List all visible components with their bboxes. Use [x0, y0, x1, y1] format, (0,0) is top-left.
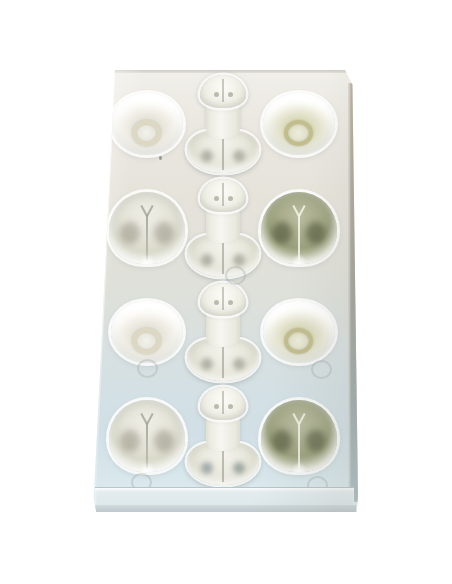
penis-cavity	[185, 283, 261, 381]
y-crease-right-arm	[140, 204, 148, 216]
base-cleft-line	[222, 446, 224, 481]
lobe-shadow-blob	[154, 430, 174, 452]
tray-right-side-wall	[348, 83, 358, 502]
mold-mark-circle	[137, 359, 158, 378]
tip-crease-line	[222, 287, 224, 310]
cavity-tip	[200, 283, 246, 316]
mold-mark-circle	[225, 266, 246, 285]
nipple-ring-detail	[132, 120, 161, 146]
penis-cavity	[185, 387, 261, 485]
cavity-tip	[200, 387, 246, 420]
dust-speck	[159, 156, 162, 160]
cavity-cell-buttocks	[261, 176, 337, 280]
buttocks-cavity	[261, 192, 337, 264]
mold-mark-circle	[311, 360, 332, 379]
lobe-shadow-blob	[120, 222, 140, 244]
tip-shadow-dot	[228, 404, 233, 409]
buttocks-cavity	[109, 192, 185, 264]
cavity-cell-buttocks	[109, 384, 185, 488]
base-shadow-dot	[201, 462, 213, 474]
stacked-sheet-edge	[93, 505, 356, 512]
bottom-notch-highlight	[291, 254, 307, 264]
lobe-shadow-blob	[272, 430, 292, 452]
y-crease-right-arm	[292, 204, 300, 216]
cavity-cell-penis	[185, 72, 261, 176]
product-photo	[0, 0, 452, 584]
base-shadow-dot	[201, 150, 213, 162]
tray-bottom-flange	[95, 487, 354, 505]
lobe-shadow-blob	[120, 430, 140, 452]
bottom-notch-highlight	[139, 254, 155, 264]
base-shadow-dot	[233, 150, 245, 162]
y-crease-right-arm	[140, 412, 148, 424]
tip-shadow-dot	[214, 92, 219, 97]
base-cleft-line	[222, 134, 224, 169]
tip-shadow-dot	[228, 196, 233, 201]
tip-shadow-dot	[228, 300, 233, 305]
cavity-cell-buttocks	[109, 176, 185, 280]
cavity-cell-penis	[185, 384, 261, 488]
cavity-tip	[200, 75, 246, 108]
cavity-tip	[200, 179, 246, 212]
base-shadow-dot	[233, 462, 245, 474]
base-shadow-dot	[233, 358, 245, 370]
cavity-cell-penis	[185, 280, 261, 384]
breast-cavity	[263, 301, 335, 363]
tip-shadow-dot	[228, 92, 233, 97]
cavity-cell-penis	[185, 176, 261, 280]
breast-cavity	[111, 93, 183, 155]
buttocks-cavity	[261, 400, 337, 472]
base-cleft-line	[222, 342, 224, 377]
tip-shadow-dot	[214, 300, 219, 305]
base-shadow-dot	[233, 254, 245, 266]
bottom-notch-highlight	[291, 462, 307, 472]
nipple-ring-detail	[284, 328, 313, 354]
lobe-shadow-blob	[154, 222, 174, 244]
tip-crease-line	[222, 183, 224, 206]
base-shadow-dot	[201, 358, 213, 370]
nipple-ring-detail	[284, 120, 313, 146]
tip-crease-line	[222, 79, 224, 102]
penis-cavity	[185, 75, 261, 173]
nipple-ring-detail	[132, 328, 161, 354]
base-shadow-dot	[201, 254, 213, 266]
cavity-cell-breast	[261, 72, 337, 176]
tip-shadow-dot	[214, 196, 219, 201]
lobe-shadow-blob	[306, 222, 326, 244]
base-cleft-line	[222, 238, 224, 273]
breast-cavity	[111, 301, 183, 363]
penis-cavity	[185, 179, 261, 277]
cavity-cell-buttocks	[261, 384, 337, 488]
lobe-shadow-blob	[272, 222, 292, 244]
cavity-grid	[109, 72, 336, 488]
breast-cavity	[263, 93, 335, 155]
y-crease-right-arm	[292, 412, 300, 424]
cavity-cell-breast	[109, 72, 185, 176]
bottom-notch-highlight	[139, 462, 155, 472]
tip-shadow-dot	[214, 404, 219, 409]
lobe-shadow-blob	[306, 430, 326, 452]
ice-cube-tray	[93, 70, 358, 512]
buttocks-cavity	[109, 400, 185, 472]
tip-crease-line	[222, 391, 224, 414]
